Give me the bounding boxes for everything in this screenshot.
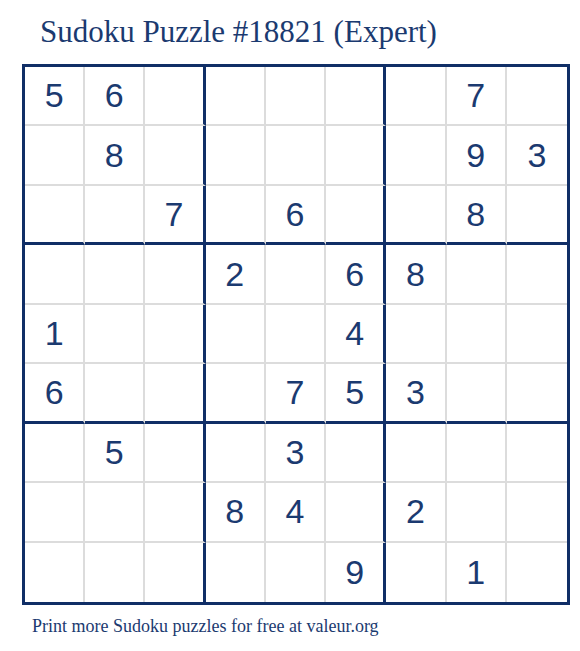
cell-r1c5[interactable]	[266, 67, 326, 126]
cell-r8c4[interactable]: 8	[206, 483, 266, 542]
cell-r3c3[interactable]: 7	[145, 186, 205, 245]
cell-r5c2[interactable]	[85, 305, 145, 364]
cell-r8c6[interactable]	[326, 483, 386, 542]
cell-r8c5[interactable]: 4	[266, 483, 326, 542]
cell-r6c9[interactable]	[507, 364, 567, 423]
cell-r1c8[interactable]: 7	[447, 67, 507, 126]
cell-r1c6[interactable]	[326, 67, 386, 126]
cell-r9c7[interactable]	[386, 543, 446, 602]
cell-r3c1[interactable]	[25, 186, 85, 245]
cell-r9c3[interactable]	[145, 543, 205, 602]
cell-r2c2[interactable]: 8	[85, 126, 145, 185]
cell-r5c8[interactable]	[447, 305, 507, 364]
cell-r3c7[interactable]	[386, 186, 446, 245]
cell-r6c5[interactable]: 7	[266, 364, 326, 423]
cell-r9c2[interactable]	[85, 543, 145, 602]
cell-r1c1[interactable]: 5	[25, 67, 85, 126]
cell-r7c2[interactable]: 5	[85, 424, 145, 483]
cell-r6c1[interactable]: 6	[25, 364, 85, 423]
cell-r3c9[interactable]	[507, 186, 567, 245]
cell-r1c3[interactable]	[145, 67, 205, 126]
cell-r9c4[interactable]	[206, 543, 266, 602]
cell-r7c8[interactable]	[447, 424, 507, 483]
cell-r1c9[interactable]	[507, 67, 567, 126]
cell-r8c3[interactable]	[145, 483, 205, 542]
cell-r3c2[interactable]	[85, 186, 145, 245]
cell-r6c4[interactable]	[206, 364, 266, 423]
cell-r7c6[interactable]	[326, 424, 386, 483]
sudoku-grid: 5678937682681467535384291	[22, 64, 570, 605]
cell-r8c7[interactable]: 2	[386, 483, 446, 542]
cell-r9c1[interactable]	[25, 543, 85, 602]
cell-r4c8[interactable]	[447, 245, 507, 304]
cell-r4c7[interactable]: 8	[386, 245, 446, 304]
cell-r6c7[interactable]: 3	[386, 364, 446, 423]
cell-r2c9[interactable]: 3	[507, 126, 567, 185]
cell-r5c9[interactable]	[507, 305, 567, 364]
cell-r6c2[interactable]	[85, 364, 145, 423]
sudoku-page: Sudoku Puzzle #18821 (Expert) 5678937682…	[0, 0, 580, 651]
cell-r9c9[interactable]	[507, 543, 567, 602]
cell-r7c9[interactable]	[507, 424, 567, 483]
cell-r3c4[interactable]	[206, 186, 266, 245]
cell-r2c3[interactable]	[145, 126, 205, 185]
cell-r1c4[interactable]	[206, 67, 266, 126]
cell-r6c8[interactable]	[447, 364, 507, 423]
cell-r4c9[interactable]	[507, 245, 567, 304]
cell-r7c3[interactable]	[145, 424, 205, 483]
cell-r7c5[interactable]: 3	[266, 424, 326, 483]
page-title: Sudoku Puzzle #18821 (Expert)	[40, 14, 437, 50]
cell-r2c7[interactable]	[386, 126, 446, 185]
cell-r5c4[interactable]	[206, 305, 266, 364]
cell-r1c7[interactable]	[386, 67, 446, 126]
cell-r4c6[interactable]: 6	[326, 245, 386, 304]
cell-r4c1[interactable]	[25, 245, 85, 304]
cell-r1c2[interactable]: 6	[85, 67, 145, 126]
cell-r4c3[interactable]	[145, 245, 205, 304]
cell-r2c4[interactable]	[206, 126, 266, 185]
cell-r4c2[interactable]	[85, 245, 145, 304]
cell-r7c1[interactable]	[25, 424, 85, 483]
cell-r6c6[interactable]: 5	[326, 364, 386, 423]
cell-r9c8[interactable]: 1	[447, 543, 507, 602]
cell-r3c6[interactable]	[326, 186, 386, 245]
cell-r8c8[interactable]	[447, 483, 507, 542]
cell-r8c9[interactable]	[507, 483, 567, 542]
cell-r2c5[interactable]	[266, 126, 326, 185]
footer-note: Print more Sudoku puzzles for free at va…	[32, 616, 379, 637]
cell-r5c6[interactable]: 4	[326, 305, 386, 364]
cell-r7c7[interactable]	[386, 424, 446, 483]
cell-r8c1[interactable]	[25, 483, 85, 542]
cell-r9c5[interactable]	[266, 543, 326, 602]
cell-r9c6[interactable]: 9	[326, 543, 386, 602]
cell-r5c1[interactable]: 1	[25, 305, 85, 364]
cell-r2c6[interactable]	[326, 126, 386, 185]
cell-r8c2[interactable]	[85, 483, 145, 542]
cell-r3c8[interactable]: 8	[447, 186, 507, 245]
cell-r4c5[interactable]	[266, 245, 326, 304]
cell-r2c8[interactable]: 9	[447, 126, 507, 185]
cell-r2c1[interactable]	[25, 126, 85, 185]
cell-r5c5[interactable]	[266, 305, 326, 364]
cell-r5c3[interactable]	[145, 305, 205, 364]
cell-r5c7[interactable]	[386, 305, 446, 364]
cell-r4c4[interactable]: 2	[206, 245, 266, 304]
cell-r7c4[interactable]	[206, 424, 266, 483]
cell-r3c5[interactable]: 6	[266, 186, 326, 245]
cell-r6c3[interactable]	[145, 364, 205, 423]
